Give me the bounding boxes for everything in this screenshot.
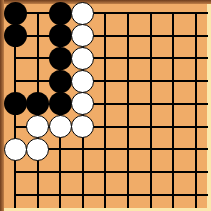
black-stone[interactable] (4, 2, 27, 25)
black-stone[interactable] (49, 2, 72, 25)
white-stone[interactable] (71, 115, 94, 138)
white-stone[interactable] (4, 138, 27, 161)
white-stone[interactable] (71, 70, 94, 93)
black-stone[interactable] (49, 70, 72, 93)
black-stone[interactable] (4, 24, 27, 47)
black-stone[interactable] (49, 24, 72, 47)
stones-layer (0, 0, 211, 211)
black-stone[interactable] (49, 47, 72, 70)
black-stone[interactable] (49, 92, 72, 115)
white-stone[interactable] (71, 24, 94, 47)
white-stone[interactable] (26, 138, 49, 161)
go-board[interactable] (0, 0, 211, 211)
black-stone[interactable] (4, 92, 27, 115)
white-stone[interactable] (71, 92, 94, 115)
white-stone[interactable] (71, 47, 94, 70)
white-stone[interactable] (71, 2, 94, 25)
white-stone[interactable] (26, 115, 49, 138)
black-stone[interactable] (26, 92, 49, 115)
white-stone[interactable] (49, 115, 72, 138)
